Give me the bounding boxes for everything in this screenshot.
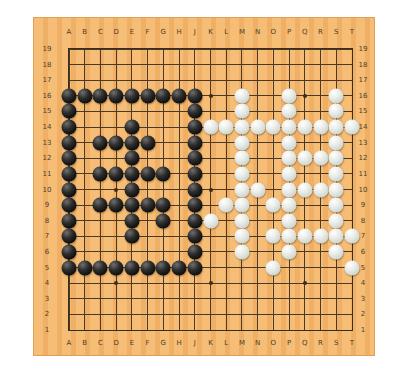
black-stone[interactable] <box>124 198 139 213</box>
white-stone[interactable] <box>282 229 297 244</box>
white-stone[interactable] <box>234 182 249 197</box>
row-label-right: 4 <box>361 280 365 287</box>
row-label-left: 19 <box>43 46 52 53</box>
white-stone[interactable] <box>282 88 297 103</box>
black-stone[interactable] <box>62 88 77 103</box>
black-stone[interactable] <box>156 213 171 228</box>
column-label-top: P <box>287 29 291 36</box>
column-label-bottom: A <box>67 340 72 347</box>
black-stone[interactable] <box>124 166 139 181</box>
column-label-top: N <box>255 29 260 36</box>
white-stone[interactable] <box>282 120 297 135</box>
black-stone[interactable] <box>124 151 139 166</box>
white-stone[interactable] <box>345 120 360 135</box>
black-stone[interactable] <box>77 260 92 275</box>
black-stone[interactable] <box>124 88 139 103</box>
black-stone[interactable] <box>93 135 108 150</box>
row-label-left: 4 <box>45 280 49 287</box>
black-stone[interactable] <box>93 88 108 103</box>
white-stone[interactable] <box>297 229 312 244</box>
white-stone[interactable] <box>234 213 249 228</box>
black-stone[interactable] <box>109 135 124 150</box>
black-stone[interactable] <box>77 88 92 103</box>
white-stone[interactable] <box>282 166 297 181</box>
row-label-left: 10 <box>43 186 52 193</box>
star-point <box>209 281 213 285</box>
white-stone[interactable] <box>313 120 328 135</box>
column-label-top: M <box>239 29 245 36</box>
column-label-bottom: R <box>318 340 323 347</box>
star-point <box>303 94 307 98</box>
row-label-right: 13 <box>359 139 368 146</box>
column-label-top: H <box>176 29 181 36</box>
row-label-left: 11 <box>43 170 52 177</box>
black-stone[interactable] <box>187 198 202 213</box>
row-label-right: 15 <box>359 108 368 115</box>
star-point <box>303 281 307 285</box>
white-stone[interactable] <box>329 104 344 119</box>
black-stone[interactable] <box>93 198 108 213</box>
column-label-bottom: M <box>239 340 245 347</box>
white-stone[interactable] <box>329 135 344 150</box>
row-label-right: 18 <box>359 61 368 68</box>
column-label-bottom: F <box>146 340 150 347</box>
white-stone[interactable] <box>266 120 281 135</box>
black-stone[interactable] <box>187 104 202 119</box>
white-stone[interactable] <box>234 244 249 259</box>
black-stone[interactable] <box>187 88 202 103</box>
go-board-diagram: AA1919BB1818CC1717DD1616EE1515FF1414GG13… <box>0 0 409 374</box>
black-stone[interactable] <box>140 88 155 103</box>
black-stone[interactable] <box>124 120 139 135</box>
column-label-top: A <box>67 29 72 36</box>
column-label-bottom: D <box>113 340 118 347</box>
column-label-bottom: O <box>271 340 277 347</box>
black-stone[interactable] <box>187 244 202 259</box>
white-stone[interactable] <box>203 120 218 135</box>
white-stone[interactable] <box>234 151 249 166</box>
black-stone[interactable] <box>172 88 187 103</box>
column-label-bottom: S <box>334 340 338 347</box>
black-stone[interactable] <box>187 135 202 150</box>
white-stone[interactable] <box>297 182 312 197</box>
row-label-left: 9 <box>45 202 49 209</box>
white-stone[interactable] <box>329 182 344 197</box>
white-stone[interactable] <box>282 135 297 150</box>
white-stone[interactable] <box>329 198 344 213</box>
white-stone[interactable] <box>282 104 297 119</box>
white-stone[interactable] <box>282 182 297 197</box>
white-stone[interactable] <box>250 182 265 197</box>
row-label-left: 17 <box>43 77 52 84</box>
white-stone[interactable] <box>219 120 234 135</box>
black-stone[interactable] <box>124 182 139 197</box>
black-stone[interactable] <box>124 135 139 150</box>
column-label-bottom: J <box>194 340 196 347</box>
column-label-top: C <box>98 29 103 36</box>
row-label-right: 12 <box>359 155 368 162</box>
white-stone[interactable] <box>345 229 360 244</box>
white-stone[interactable] <box>234 198 249 213</box>
black-stone[interactable] <box>187 229 202 244</box>
row-label-right: 9 <box>361 202 365 209</box>
column-label-top: T <box>350 29 354 36</box>
row-label-right: 7 <box>361 233 365 240</box>
white-stone[interactable] <box>234 104 249 119</box>
column-label-top: B <box>82 29 87 36</box>
row-label-left: 6 <box>45 248 49 255</box>
white-stone[interactable] <box>282 198 297 213</box>
star-point <box>209 94 213 98</box>
column-label-top: S <box>334 29 338 36</box>
white-stone[interactable] <box>297 120 312 135</box>
white-stone[interactable] <box>297 151 312 166</box>
black-stone[interactable] <box>109 198 124 213</box>
column-label-top: K <box>208 29 213 36</box>
row-label-right: 16 <box>359 92 368 99</box>
black-stone[interactable] <box>93 166 108 181</box>
white-stone[interactable] <box>329 244 344 259</box>
black-stone[interactable] <box>156 88 171 103</box>
row-label-right: 11 <box>359 170 368 177</box>
black-stone[interactable] <box>62 244 77 259</box>
column-label-bottom: C <box>98 340 103 347</box>
white-stone[interactable] <box>313 182 328 197</box>
column-label-top: O <box>271 29 277 36</box>
black-stone[interactable] <box>172 260 187 275</box>
white-stone[interactable] <box>329 120 344 135</box>
white-stone[interactable] <box>234 166 249 181</box>
black-stone[interactable] <box>62 135 77 150</box>
star-point <box>209 188 213 192</box>
column-label-top: G <box>161 29 166 36</box>
black-stone[interactable] <box>62 120 77 135</box>
black-stone[interactable] <box>187 166 202 181</box>
white-stone[interactable] <box>313 151 328 166</box>
black-stone[interactable] <box>187 260 202 275</box>
row-label-right: 1 <box>361 327 365 334</box>
column-label-bottom: T <box>350 340 354 347</box>
black-stone[interactable] <box>62 166 77 181</box>
white-stone[interactable] <box>234 120 249 135</box>
column-label-bottom: L <box>224 340 228 347</box>
row-label-right: 19 <box>359 46 368 53</box>
black-stone[interactable] <box>140 135 155 150</box>
column-label-bottom: H <box>176 340 181 347</box>
row-label-right: 10 <box>359 186 368 193</box>
black-stone[interactable] <box>62 198 77 213</box>
black-stone[interactable] <box>62 229 77 244</box>
black-stone[interactable] <box>140 260 155 275</box>
row-label-left: 8 <box>45 217 49 224</box>
black-stone[interactable] <box>156 198 171 213</box>
column-label-bottom: N <box>255 340 260 347</box>
black-stone[interactable] <box>109 88 124 103</box>
row-label-left: 3 <box>45 295 49 302</box>
row-label-left: 1 <box>45 327 49 334</box>
black-stone[interactable] <box>140 166 155 181</box>
column-label-top: R <box>318 29 323 36</box>
black-stone[interactable] <box>124 229 139 244</box>
white-stone[interactable] <box>266 229 281 244</box>
black-stone[interactable] <box>124 213 139 228</box>
white-stone[interactable] <box>203 213 218 228</box>
black-stone[interactable] <box>124 260 139 275</box>
white-stone[interactable] <box>329 151 344 166</box>
white-stone[interactable] <box>266 198 281 213</box>
column-label-top: Q <box>302 29 308 36</box>
row-label-left: 13 <box>43 139 52 146</box>
column-label-top: J <box>194 29 196 36</box>
star-point <box>114 188 118 192</box>
black-stone[interactable] <box>62 151 77 166</box>
row-label-left: 2 <box>45 311 49 318</box>
row-label-left: 7 <box>45 233 49 240</box>
white-stone[interactable] <box>345 260 360 275</box>
white-stone[interactable] <box>329 213 344 228</box>
white-stone[interactable] <box>282 151 297 166</box>
white-stone[interactable] <box>329 88 344 103</box>
column-label-bottom: G <box>161 340 166 347</box>
black-stone[interactable] <box>156 166 171 181</box>
row-label-right: 2 <box>361 311 365 318</box>
row-label-right: 8 <box>361 217 365 224</box>
row-label-left: 5 <box>45 264 49 271</box>
white-stone[interactable] <box>234 135 249 150</box>
column-label-top: L <box>224 29 228 36</box>
column-label-bottom: K <box>208 340 213 347</box>
white-stone[interactable] <box>219 198 234 213</box>
row-label-right: 3 <box>361 295 365 302</box>
row-label-left: 14 <box>43 124 52 131</box>
column-label-top: E <box>130 29 134 36</box>
white-stone[interactable] <box>266 260 281 275</box>
white-stone[interactable] <box>329 166 344 181</box>
row-label-right: 5 <box>361 264 365 271</box>
row-label-right: 17 <box>359 77 368 84</box>
black-stone[interactable] <box>187 120 202 135</box>
black-stone[interactable] <box>187 151 202 166</box>
black-stone[interactable] <box>109 260 124 275</box>
column-label-bottom: Q <box>302 340 308 347</box>
row-label-left: 16 <box>43 92 52 99</box>
black-stone[interactable] <box>62 213 77 228</box>
white-stone[interactable] <box>234 88 249 103</box>
column-label-bottom: P <box>287 340 291 347</box>
white-stone[interactable] <box>234 229 249 244</box>
go-board[interactable]: AA1919BB1818CC1717DD1616EE1515FF1414GG13… <box>33 17 375 356</box>
black-stone[interactable] <box>93 260 108 275</box>
row-label-left: 12 <box>43 155 52 162</box>
white-stone[interactable] <box>250 120 265 135</box>
black-stone[interactable] <box>62 104 77 119</box>
white-stone[interactable] <box>329 229 344 244</box>
row-label-left: 18 <box>43 61 52 68</box>
column-label-top: D <box>113 29 118 36</box>
black-stone[interactable] <box>156 260 171 275</box>
black-stone[interactable] <box>109 166 124 181</box>
row-label-right: 14 <box>359 124 368 131</box>
white-stone[interactable] <box>282 244 297 259</box>
row-label-right: 6 <box>361 248 365 255</box>
black-stone[interactable] <box>187 182 202 197</box>
black-stone[interactable] <box>140 198 155 213</box>
black-stone[interactable] <box>187 213 202 228</box>
black-stone[interactable] <box>62 182 77 197</box>
black-stone[interactable] <box>62 260 77 275</box>
white-stone[interactable] <box>313 229 328 244</box>
white-stone[interactable] <box>282 213 297 228</box>
column-label-bottom: B <box>82 340 87 347</box>
column-label-bottom: E <box>130 340 134 347</box>
column-label-top: F <box>146 29 150 36</box>
row-label-left: 15 <box>43 108 52 115</box>
